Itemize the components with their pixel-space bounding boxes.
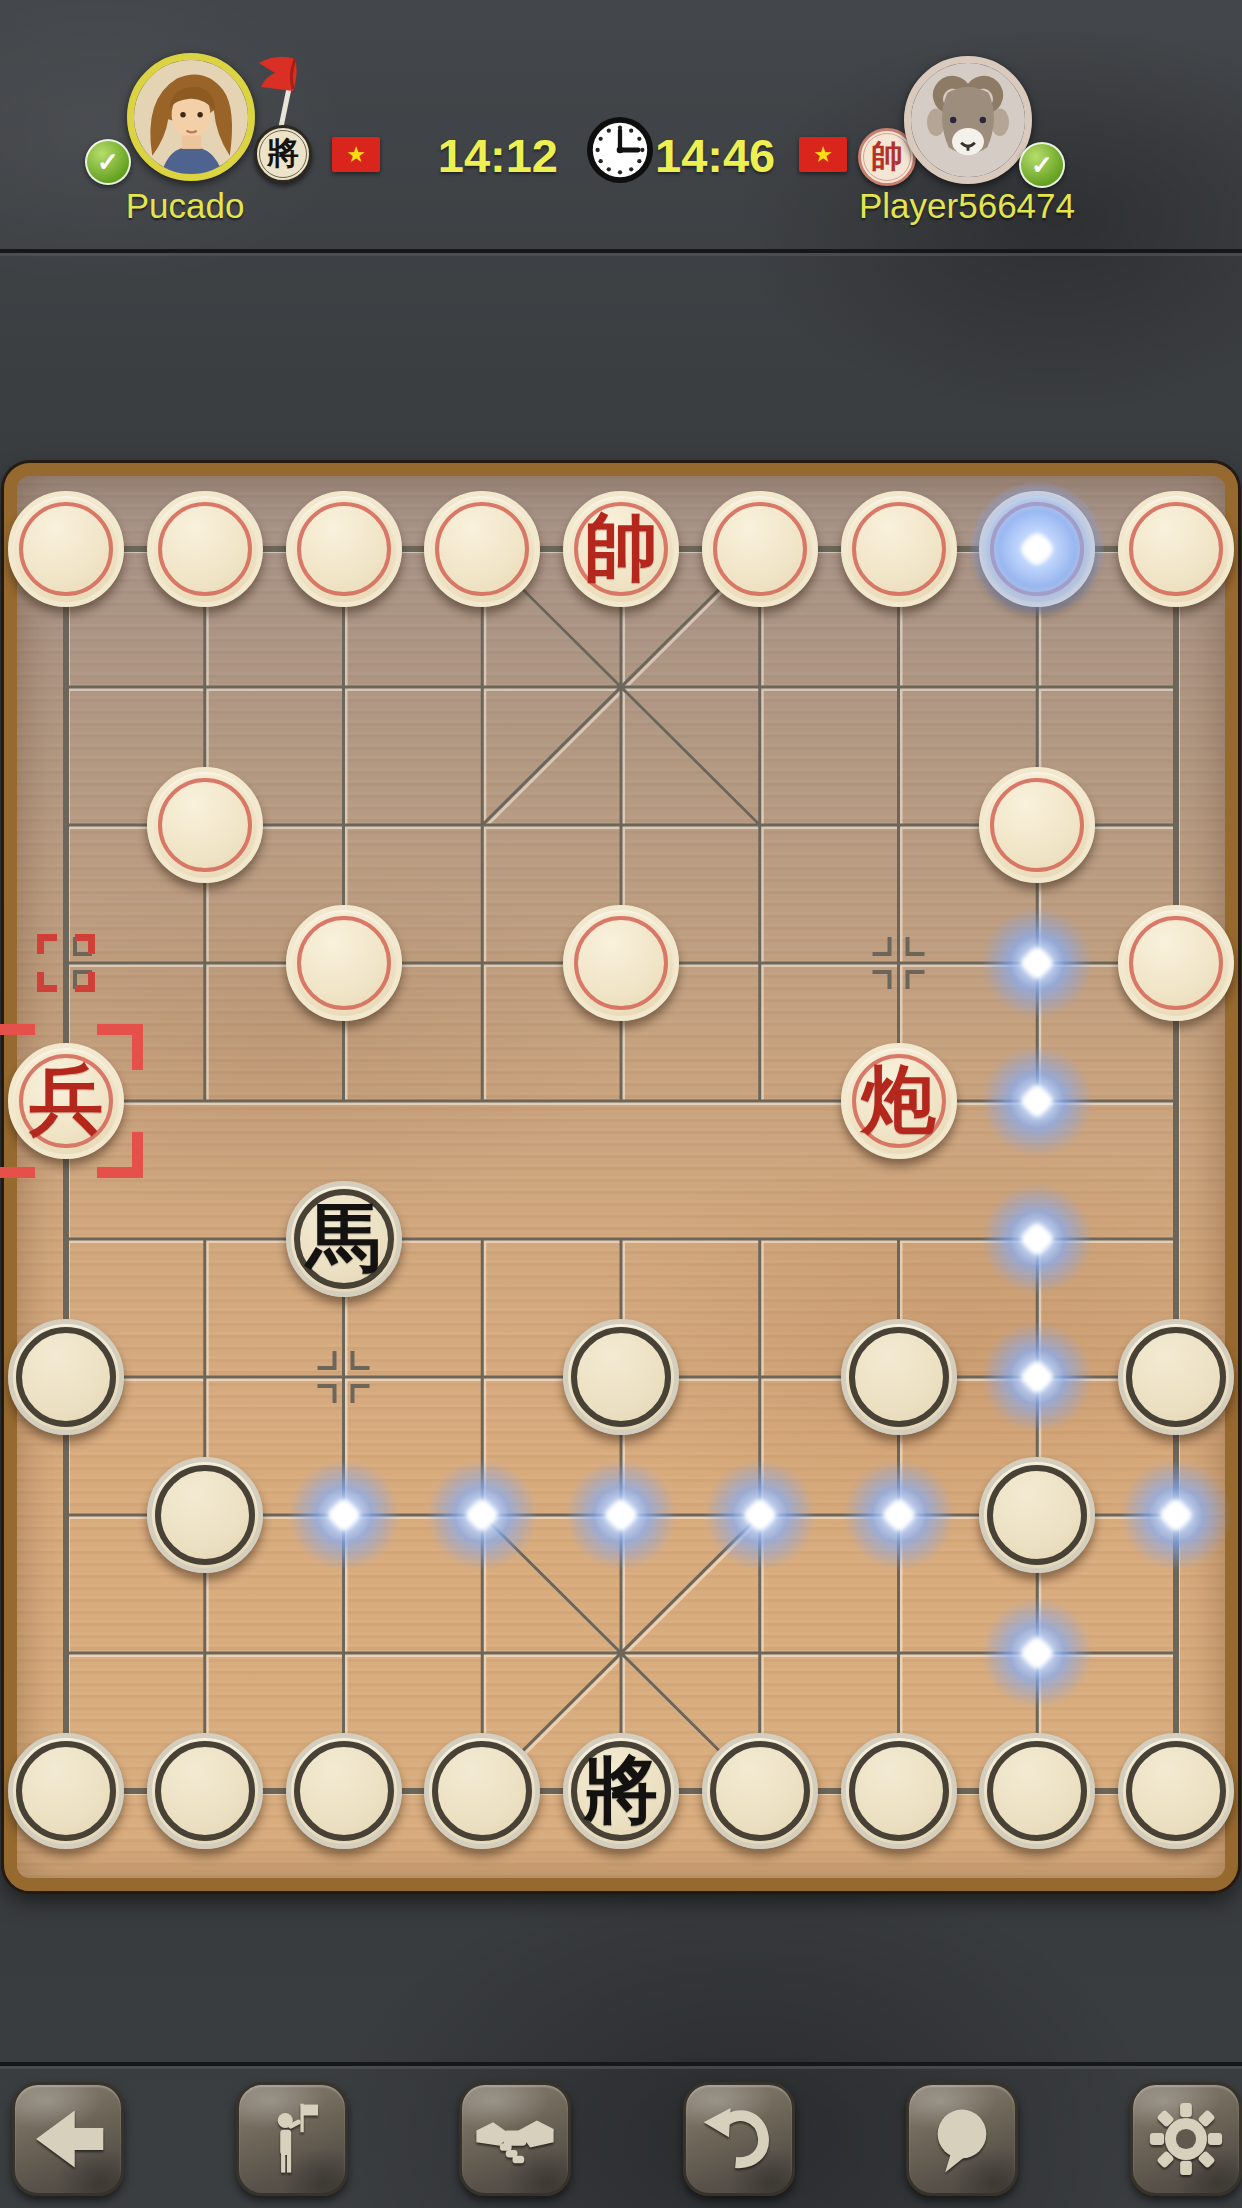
- move-dot-r7c8[interactable]: [979, 1319, 1095, 1435]
- bottom-divider: [0, 2062, 1242, 2069]
- piece-r6c3-black-馬[interactable]: 馬: [286, 1181, 402, 1297]
- piece-r3c2-red-hidden[interactable]: [147, 767, 263, 883]
- right-player-avatar[interactable]: [904, 56, 1032, 184]
- gear-icon: [1144, 2097, 1228, 2181]
- piece-r1c4-red-hidden[interactable]: [424, 491, 540, 607]
- clock-icon: [585, 115, 655, 185]
- resign-button[interactable]: [236, 2082, 348, 2196]
- piece-character: 炮: [862, 1062, 936, 1136]
- piece-r10c6-black-hidden[interactable]: [702, 1733, 818, 1849]
- piece-r10c1-black-hidden[interactable]: [8, 1733, 124, 1849]
- online-check-badge-left: ✓: [85, 139, 131, 185]
- star-icon: ★: [813, 142, 833, 168]
- undo-button[interactable]: [683, 2082, 795, 2196]
- piece-r10c5-black-將[interactable]: 將: [563, 1733, 679, 1849]
- vietnam-flag-left: ★: [332, 137, 380, 172]
- star-icon: ★: [346, 142, 366, 168]
- piece-r1c6-red-hidden[interactable]: [702, 491, 818, 607]
- back-button[interactable]: [12, 2082, 124, 2196]
- piece-r7c1-black-hidden[interactable]: [8, 1319, 124, 1435]
- piece-character: 將: [584, 1752, 658, 1826]
- piece-r7c7-black-hidden[interactable]: [841, 1319, 957, 1435]
- piece-r7c5-black-hidden[interactable]: [563, 1319, 679, 1435]
- check-icon: ✓: [1031, 150, 1053, 181]
- right-player-time: 14:46: [655, 128, 785, 183]
- piece-r3c8-red-hidden[interactable]: [979, 767, 1095, 883]
- piece-r10c3-black-hidden[interactable]: [286, 1733, 402, 1849]
- piece-r8c8-black-hidden[interactable]: [979, 1457, 1095, 1573]
- move-dot-r8c4[interactable]: [424, 1457, 540, 1573]
- badge-general-red: 帥: [871, 135, 903, 179]
- piece-r1c3-red-hidden[interactable]: [286, 491, 402, 607]
- woman-avatar-icon: [134, 60, 248, 174]
- handshake-icon: [473, 2097, 557, 2181]
- piece-r8c2-black-hidden[interactable]: [147, 1457, 263, 1573]
- piece-r4c3-red-hidden[interactable]: [286, 905, 402, 1021]
- piece-r1c7-red-hidden[interactable]: [841, 491, 957, 607]
- move-dot-r6c8[interactable]: [979, 1181, 1095, 1297]
- online-check-badge-right: ✓: [1019, 142, 1065, 188]
- badge-general-black: 將: [267, 132, 299, 176]
- chat-bubble-icon: [920, 2097, 1004, 2181]
- piece-r10c9-black-hidden[interactable]: [1118, 1733, 1234, 1849]
- move-dot-r8c9[interactable]: [1118, 1457, 1234, 1573]
- left-player-avatar[interactable]: [127, 53, 255, 181]
- move-dot-r5c8[interactable]: [979, 1043, 1095, 1159]
- piece-r1c9-red-hidden[interactable]: [1118, 491, 1234, 607]
- last-move-from-marker: [37, 934, 95, 992]
- chat-button[interactable]: [906, 2082, 1018, 2196]
- settings-button[interactable]: [1130, 2082, 1242, 2196]
- piece-r4c9-red-hidden[interactable]: [1118, 905, 1234, 1021]
- piece-r1c2-red-hidden[interactable]: [147, 491, 263, 607]
- piece-r10c7-black-hidden[interactable]: [841, 1733, 957, 1849]
- piece-character: 馬: [307, 1200, 381, 1274]
- undo-arrow-icon: [697, 2097, 781, 2181]
- turn-flag-icon: [249, 55, 313, 131]
- move-dot-r8c7[interactable]: [841, 1457, 957, 1573]
- left-player-time: 14:12: [436, 128, 558, 183]
- piece-r5c7-red-炮[interactable]: 炮: [841, 1043, 957, 1159]
- piece-r10c2-black-hidden[interactable]: [147, 1733, 263, 1849]
- move-dot-r8c3[interactable]: [286, 1457, 402, 1573]
- piece-r4c5-red-hidden[interactable]: [563, 905, 679, 1021]
- last-move-to-marker: [0, 1024, 143, 1178]
- right-player-name: Player566474: [837, 186, 1097, 226]
- check-icon: ✓: [97, 147, 119, 178]
- piece-character: 帥: [584, 510, 658, 584]
- left-player-name: Pucado: [55, 186, 315, 226]
- top-bar: ✓ 將 ★ 14:12: [0, 0, 1242, 252]
- person-flag-icon: [250, 2097, 334, 2181]
- move-dot-r4c8[interactable]: [979, 905, 1095, 1021]
- xiangqi-board[interactable]: 帥兵炮馬將: [4, 463, 1238, 1891]
- piece-r1c1-red-hidden[interactable]: [8, 491, 124, 607]
- piece-r7c9-black-hidden[interactable]: [1118, 1319, 1234, 1435]
- ram-avatar-icon: [911, 63, 1025, 177]
- arrow-left-icon: [26, 2097, 110, 2181]
- left-side-piece-badge: 將: [254, 125, 312, 183]
- move-dot-r8c6[interactable]: [702, 1457, 818, 1573]
- top-divider: [0, 249, 1242, 256]
- piece-r10c4-black-hidden[interactable]: [424, 1733, 540, 1849]
- draw-button[interactable]: [459, 2082, 571, 2196]
- bottom-toolbar: [0, 2070, 1242, 2208]
- move-dot-r9c8[interactable]: [979, 1595, 1095, 1711]
- vietnam-flag-right: ★: [799, 137, 847, 172]
- capture-dot-r1c8[interactable]: [970, 482, 1104, 616]
- piece-r10c8-black-hidden[interactable]: [979, 1733, 1095, 1849]
- move-dot-r8c5[interactable]: [563, 1457, 679, 1573]
- piece-r1c5-red-帥[interactable]: 帥: [563, 491, 679, 607]
